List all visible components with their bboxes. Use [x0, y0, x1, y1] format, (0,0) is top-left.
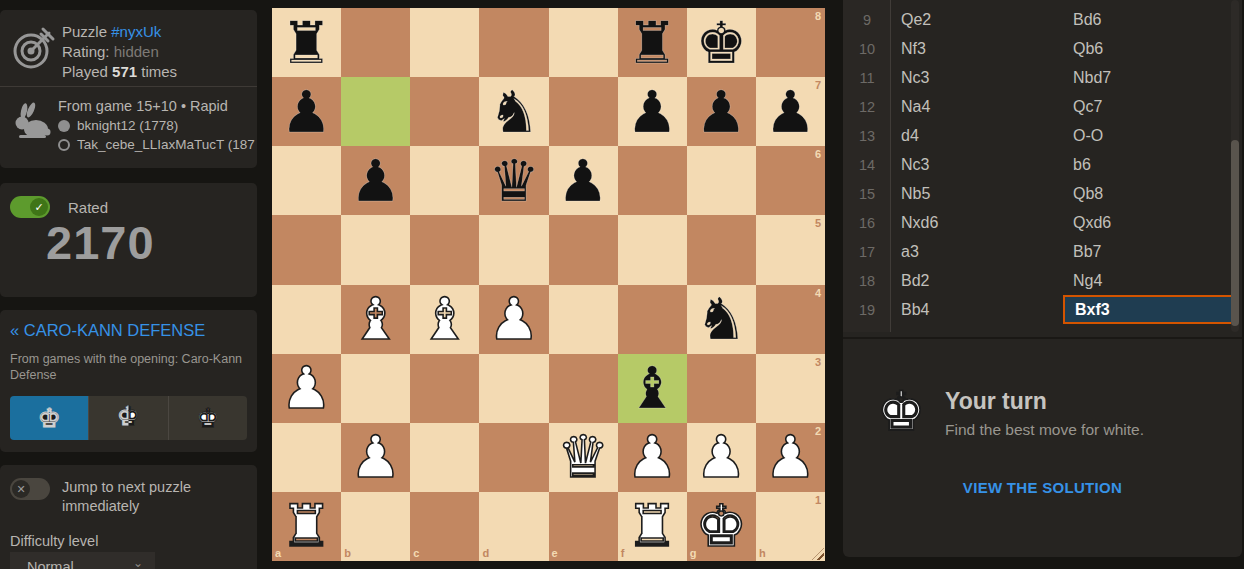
opening-panel: « CARO-KANN DEFENSE From games with the … — [0, 310, 257, 452]
square-a8[interactable]: ♜ — [272, 8, 341, 77]
square-a3[interactable]: ♟ — [272, 354, 341, 423]
black-move[interactable]: Qb6 — [1063, 34, 1237, 63]
square-e8[interactable] — [549, 8, 618, 77]
white-king[interactable]: ♚ — [695, 497, 747, 555]
half-king-icon: ♚ ♚ — [114, 403, 142, 433]
square-b6[interactable]: ♟ — [341, 146, 410, 215]
square-e2[interactable]: ♛ — [549, 423, 618, 492]
file-label-a: a — [275, 548, 281, 559]
move-number: 12 — [843, 99, 891, 115]
square-c4[interactable]: ♝ — [410, 285, 479, 354]
black-pawn[interactable]: ♟ — [350, 152, 402, 210]
move-row: 16Nxd6Qxd6 — [843, 208, 1242, 237]
move-number: 9 — [843, 12, 891, 28]
jump-toggle[interactable]: ✕ — [10, 478, 50, 500]
black-move[interactable]: Bd6 — [1063, 5, 1237, 34]
white-pawn[interactable]: ♟ — [626, 428, 678, 486]
white-rook[interactable]: ♜ — [281, 497, 333, 555]
white-move[interactable]: Qe2 — [891, 5, 1063, 34]
white-move[interactable]: Nc3 — [891, 150, 1063, 179]
square-b5[interactable] — [341, 215, 410, 284]
opening-title-link[interactable]: « CARO-KANN DEFENSE — [10, 321, 205, 340]
black-move[interactable]: b6 — [1063, 150, 1237, 179]
white-move[interactable]: a3 — [891, 237, 1063, 266]
rated-label: Rated — [68, 199, 108, 216]
square-g3[interactable] — [687, 354, 756, 423]
rating-hidden-value: hidden — [114, 43, 159, 60]
white-move[interactable]: Na4 — [891, 92, 1063, 121]
black-pawn[interactable]: ♟ — [281, 83, 333, 141]
puzzle-info-panel: Puzzle #nyxUk Rating: hidden Played 571 … — [0, 10, 257, 168]
square-b1[interactable]: b — [341, 492, 410, 561]
chess-board: ♜♜♚8♟♞♟♟♟7♟♛♟65♝♝♟♞4♟♝3♟♛♟♟♟2♜abcde♜f♚g1… — [272, 8, 825, 561]
chevron-down-icon: ⌄ — [133, 556, 143, 569]
square-d1[interactable]: d — [479, 492, 548, 561]
move-number: 10 — [843, 41, 891, 57]
square-g5[interactable] — [687, 215, 756, 284]
rank-label-7: 7 — [815, 80, 821, 91]
file-label-e: e — [552, 548, 558, 559]
white-queen[interactable]: ♛ — [557, 428, 609, 486]
square-b2[interactable]: ♟ — [341, 423, 410, 492]
white-pawn[interactable]: ♟ — [281, 359, 333, 417]
move-number: 17 — [843, 244, 891, 260]
square-e3[interactable] — [549, 354, 618, 423]
white-player-disc-icon — [58, 139, 70, 151]
color-filter-black-button[interactable]: ♚ — [10, 396, 88, 440]
square-a1[interactable]: ♜a — [272, 492, 341, 561]
square-c1[interactable]: c — [410, 492, 479, 561]
black-queen[interactable]: ♛ — [488, 152, 540, 210]
move-number: 16 — [843, 215, 891, 231]
rank-label-6: 6 — [815, 149, 821, 160]
cross-icon: ✕ — [16, 483, 25, 496]
turn-subtitle: Find the best move for white. — [945, 421, 1144, 439]
move-row: 18Bd2Ng4 — [843, 266, 1242, 295]
square-c7[interactable] — [410, 77, 479, 146]
square-f6[interactable] — [618, 146, 687, 215]
move-row: 11Nc3Nbd7 — [843, 63, 1242, 92]
move-number: 11 — [843, 70, 891, 86]
player-black-row: bknight12 (1778) — [58, 116, 255, 135]
square-g7[interactable]: ♟ — [687, 77, 756, 146]
square-d4[interactable]: ♟ — [479, 285, 548, 354]
square-f8[interactable]: ♜ — [618, 8, 687, 77]
square-a2[interactable] — [272, 423, 341, 492]
jump-label: Jump to next puzzle immediately — [62, 478, 227, 516]
move-row: 9Qe2Bd6 — [843, 5, 1242, 34]
square-e7[interactable] — [549, 77, 618, 146]
move-number: 14 — [843, 157, 891, 173]
move-list: 9Qe2Bd610Nf3Qb611Nc3Nbd712Na4Qc713d4O-O1… — [843, 5, 1242, 324]
white-move[interactable]: Nc3 — [891, 63, 1063, 92]
rank-label-2: 2 — [815, 426, 821, 437]
file-label-g: g — [690, 548, 697, 559]
turn-title: Your turn — [945, 388, 1047, 415]
square-d8[interactable] — [479, 8, 548, 77]
black-pawn[interactable]: ♟ — [626, 83, 678, 141]
move-row: 14Nc3b6 — [843, 150, 1242, 179]
square-h2[interactable]: ♟2 — [756, 423, 825, 492]
square-b4[interactable]: ♝ — [341, 285, 410, 354]
square-f1[interactable]: ♜f — [618, 492, 687, 561]
played-count: 571 — [112, 63, 137, 80]
square-d3[interactable] — [479, 354, 548, 423]
move-row: 10Nf3Qb6 — [843, 34, 1242, 63]
rank-label-8: 8 — [815, 11, 821, 22]
black-move[interactable]: Ng4 — [1063, 266, 1237, 295]
from-game-label: From game 15+10 • Rapid — [58, 96, 255, 116]
file-label-h: h — [759, 548, 766, 559]
white-move[interactable]: d4 — [891, 121, 1063, 150]
square-a7[interactable]: ♟ — [272, 77, 341, 146]
divider — [0, 86, 257, 87]
black-move[interactable]: Qb8 — [1063, 179, 1237, 208]
black-player-name[interactable]: bknight12 (1778) — [77, 116, 178, 135]
square-d5[interactable] — [479, 215, 548, 284]
move-row: 13d4O-O — [843, 121, 1242, 150]
rated-panel: ✓ Rated 2170 — [0, 183, 257, 297]
square-b3[interactable] — [341, 354, 410, 423]
black-move[interactable]: Nbd7 — [1063, 63, 1237, 92]
square-c2[interactable] — [410, 423, 479, 492]
difficulty-value: Normal — [27, 559, 74, 569]
check-icon: ✓ — [34, 201, 43, 214]
square-c3[interactable] — [410, 354, 479, 423]
square-f4[interactable] — [618, 285, 687, 354]
white-pawn[interactable]: ♟ — [764, 428, 816, 486]
white-move[interactable]: Nf3 — [891, 34, 1063, 63]
file-label-c: c — [413, 548, 419, 559]
square-h3[interactable]: 3 — [756, 354, 825, 423]
black-rook[interactable]: ♜ — [626, 14, 678, 72]
black-move[interactable]: Qc7 — [1063, 92, 1237, 121]
square-b8[interactable] — [341, 8, 410, 77]
black-pawn[interactable]: ♟ — [695, 83, 747, 141]
white-move[interactable]: Bb4 — [891, 295, 1063, 324]
square-f7[interactable]: ♟ — [618, 77, 687, 146]
puzzle-played: Played 571 times — [62, 62, 177, 82]
square-h7[interactable]: ♟7 — [756, 77, 825, 146]
square-h1[interactable]: 1h — [756, 492, 825, 561]
white-king-icon: ♚ — [196, 405, 219, 431]
square-d2[interactable] — [479, 423, 548, 492]
square-f5[interactable] — [618, 215, 687, 284]
square-a5[interactable] — [272, 215, 341, 284]
file-label-f: f — [621, 548, 625, 559]
square-e5[interactable] — [549, 215, 618, 284]
square-c6[interactable] — [410, 146, 479, 215]
rank-label-4: 4 — [815, 288, 821, 299]
white-bishop[interactable]: ♝ — [419, 290, 471, 348]
move-row: 17a3Bb7 — [843, 237, 1242, 266]
square-e4[interactable] — [549, 285, 618, 354]
white-pawn[interactable]: ♟ — [695, 428, 747, 486]
move-row: 12Na4Qc7 — [843, 92, 1242, 121]
white-move[interactable]: Nxd6 — [891, 208, 1063, 237]
target-icon — [12, 26, 56, 82]
square-g6[interactable] — [687, 146, 756, 215]
puzzle-label: Puzzle — [62, 23, 107, 40]
view-solution-link[interactable]: VIEW THE SOLUTION — [843, 479, 1242, 496]
rank-label-5: 5 — [815, 218, 821, 229]
user-puzzle-rating: 2170 — [46, 215, 155, 270]
rabbit-icon — [12, 100, 52, 154]
white-king-icon: ♚ — [877, 385, 925, 439]
black-move[interactable]: Bxf3 — [1063, 295, 1237, 324]
settings-panel: ✕ Jump to next puzzle immediately Diffic… — [0, 465, 257, 569]
black-pawn[interactable]: ♟ — [764, 83, 816, 141]
white-pawn[interactable]: ♟ — [488, 290, 540, 348]
move-row: 19Bb4Bxf3 — [843, 295, 1242, 324]
color-filter-white-button[interactable]: ♚ — [168, 396, 247, 440]
move-number: 18 — [843, 273, 891, 289]
square-c5[interactable] — [410, 215, 479, 284]
board-resize-handle[interactable] — [812, 548, 824, 560]
black-rook[interactable]: ♜ — [281, 14, 333, 72]
rated-toggle[interactable]: ✓ — [10, 196, 50, 218]
white-rook[interactable]: ♜ — [626, 497, 678, 555]
scrollbar-thumb[interactable] — [1231, 140, 1239, 326]
puzzle-rating: Rating: hidden — [62, 42, 177, 62]
white-player-name[interactable]: Tak_cebe_LLIaxMaTucT (187 — [77, 135, 255, 154]
square-a6[interactable] — [272, 146, 341, 215]
square-f3[interactable]: ♝ — [618, 354, 687, 423]
black-pawn[interactable]: ♟ — [557, 152, 609, 210]
square-h4[interactable]: 4 — [756, 285, 825, 354]
opening-description: From games with the opening: Caro-Kann D… — [10, 351, 250, 383]
file-label-d: d — [482, 548, 489, 559]
square-d7[interactable]: ♞ — [479, 77, 548, 146]
white-bishop[interactable]: ♝ — [350, 290, 402, 348]
square-g2[interactable]: ♟ — [687, 423, 756, 492]
square-g1[interactable]: ♚g — [687, 492, 756, 561]
white-move[interactable]: Nb5 — [891, 179, 1063, 208]
square-h5[interactable]: 5 — [756, 215, 825, 284]
difficulty-select[interactable]: Normal ⌄ — [10, 552, 155, 569]
square-h8[interactable]: 8 — [756, 8, 825, 77]
square-c8[interactable] — [410, 8, 479, 77]
black-move[interactable]: O-O — [1063, 121, 1237, 150]
file-label-b: b — [344, 548, 351, 559]
black-king[interactable]: ♚ — [695, 14, 747, 72]
square-h6[interactable]: 6 — [756, 146, 825, 215]
move-number: 13 — [843, 128, 891, 144]
square-f2[interactable]: ♟ — [618, 423, 687, 492]
puzzle-id-link[interactable]: #nyxUk — [111, 23, 161, 40]
puzzle-title: Puzzle #nyxUk — [62, 22, 177, 42]
difficulty-label: Difficulty level — [10, 533, 98, 549]
black-king-icon: ♚ — [38, 405, 61, 431]
divider — [843, 337, 1242, 339]
move-row: 15Nb5Qb8 — [843, 179, 1242, 208]
square-a4[interactable] — [272, 285, 341, 354]
square-e1[interactable]: e — [549, 492, 618, 561]
black-knight[interactable]: ♞ — [488, 83, 540, 141]
white-pawn[interactable]: ♟ — [350, 428, 402, 486]
square-g8[interactable]: ♚ — [687, 8, 756, 77]
black-move[interactable]: Bb7 — [1063, 237, 1237, 266]
square-g4[interactable]: ♞ — [687, 285, 756, 354]
black-knight[interactable]: ♞ — [695, 290, 747, 348]
player-white-row: Tak_cebe_LLIaxMaTucT (187 — [58, 135, 255, 154]
rank-label-3: 3 — [815, 357, 821, 368]
black-player-disc-icon — [58, 120, 70, 132]
square-e6[interactable]: ♟ — [549, 146, 618, 215]
square-b7[interactable] — [341, 77, 410, 146]
white-move[interactable]: Bd2 — [891, 266, 1063, 295]
black-move[interactable]: Qxd6 — [1063, 208, 1237, 237]
black-bishop[interactable]: ♝ — [626, 359, 678, 417]
move-number: 19 — [843, 302, 891, 318]
color-filter-group: ♚ ♚ ♚ ♚ — [10, 396, 247, 440]
moves-panel: 9Qe2Bd610Nf3Qb611Nc3Nbd712Na4Qc713d4O-O1… — [843, 0, 1242, 557]
rank-label-1: 1 — [815, 495, 821, 506]
move-number: 15 — [843, 186, 891, 202]
color-filter-both-button[interactable]: ♚ ♚ — [88, 396, 167, 440]
square-d6[interactable]: ♛ — [479, 146, 548, 215]
